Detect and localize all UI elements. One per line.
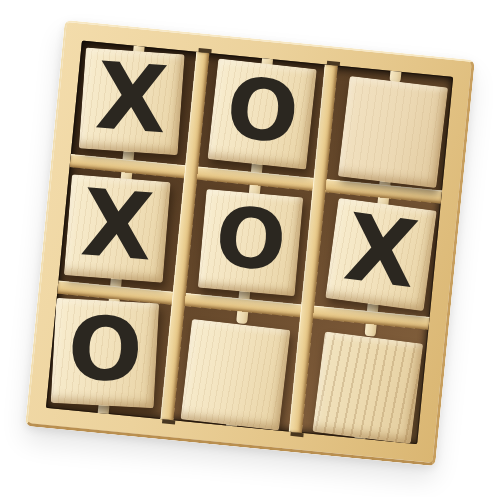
cell-r2c3: X	[314, 192, 440, 317]
spinner-peg-icon	[389, 62, 402, 83]
x-piece: X	[79, 177, 157, 274]
o-piece: O	[66, 304, 145, 395]
product-photo-canvas: XOXOXO	[0, 0, 500, 497]
wood-block-r2c2[interactable]: O	[198, 189, 303, 296]
cell-r1c3	[327, 66, 453, 191]
x-piece: X	[340, 201, 422, 302]
o-piece: O	[223, 64, 303, 155]
cell-r1c2: O	[199, 53, 325, 178]
x-piece: X	[94, 50, 171, 147]
wood-block-r1c1[interactable]: X	[79, 47, 185, 155]
wood-block-r3c2[interactable]	[180, 319, 290, 431]
o-piece: O	[212, 195, 289, 283]
wood-block-r1c2[interactable]: O	[208, 58, 317, 169]
wood-block-r2c3[interactable]: X	[325, 198, 436, 311]
wood-block-r2c1[interactable]: X	[64, 174, 171, 283]
wood-block-r3c1[interactable]: O	[51, 298, 159, 408]
cell-r1c1: X	[71, 41, 197, 166]
cell-r2c1: X	[58, 167, 184, 292]
board-recess: XOXOXO	[46, 41, 453, 445]
board-grid: XOXOXO	[46, 41, 453, 445]
cell-r3c1: O	[46, 294, 172, 419]
cell-r2c2: O	[186, 180, 312, 305]
cell-r3c3	[302, 319, 428, 444]
cell-r3c2	[174, 307, 300, 432]
wood-block-r1c3[interactable]	[338, 76, 448, 188]
tic-tac-toe-board: XOXOXO	[25, 20, 475, 466]
wood-block-r3c3[interactable]	[312, 332, 423, 445]
